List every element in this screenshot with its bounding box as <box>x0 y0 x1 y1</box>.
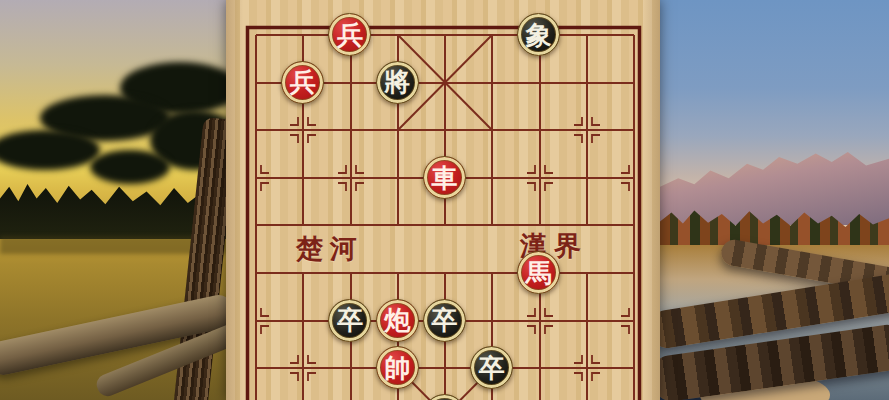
piece-red-soldier[interactable]: 兵 <box>281 61 324 104</box>
piece-black-piece-partial[interactable] <box>423 394 466 400</box>
piece-red-soldier[interactable]: 兵 <box>328 13 371 56</box>
screenshot: 楚河 漢界 兵象兵將車馬卒炮卒帥卒 <box>0 0 889 400</box>
xiangqi-board[interactable]: 楚河 漢界 兵象兵將車馬卒炮卒帥卒 <box>226 0 660 400</box>
tree-foliage <box>90 150 170 184</box>
piece-black-soldier[interactable]: 卒 <box>423 299 466 342</box>
piece-black-soldier[interactable]: 卒 <box>470 346 513 389</box>
piece-black-soldier[interactable]: 卒 <box>328 299 371 342</box>
piece-layer: 兵象兵將車馬卒炮卒帥卒 <box>232 11 657 400</box>
piece-red-cannon[interactable]: 炮 <box>376 299 419 342</box>
piece-red-chariot[interactable]: 車 <box>423 156 466 199</box>
piece-red-general[interactable]: 帥 <box>376 346 419 389</box>
piece-black-elephant[interactable]: 象 <box>517 13 560 56</box>
tree-foliage <box>0 130 100 170</box>
mountain-lake-photo <box>660 0 889 400</box>
sunset-lake-photo <box>0 0 229 400</box>
piece-black-general[interactable]: 將 <box>376 61 419 104</box>
piece-red-horse[interactable]: 馬 <box>517 251 560 294</box>
